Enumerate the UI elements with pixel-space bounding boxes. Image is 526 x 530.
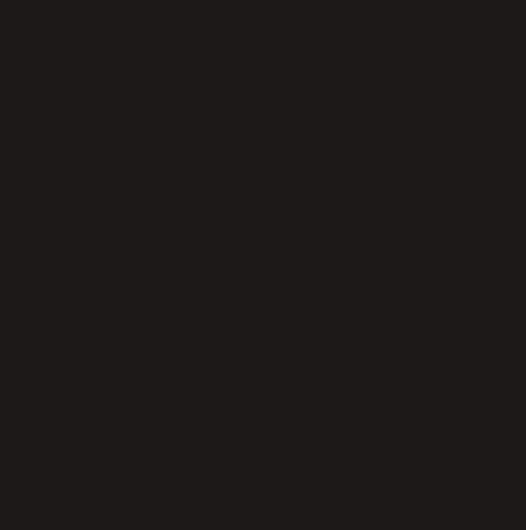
rank-coordinates xyxy=(512,0,526,512)
chessboard-panel xyxy=(0,0,526,530)
file-coordinates xyxy=(0,512,512,530)
chess-board xyxy=(0,0,512,512)
